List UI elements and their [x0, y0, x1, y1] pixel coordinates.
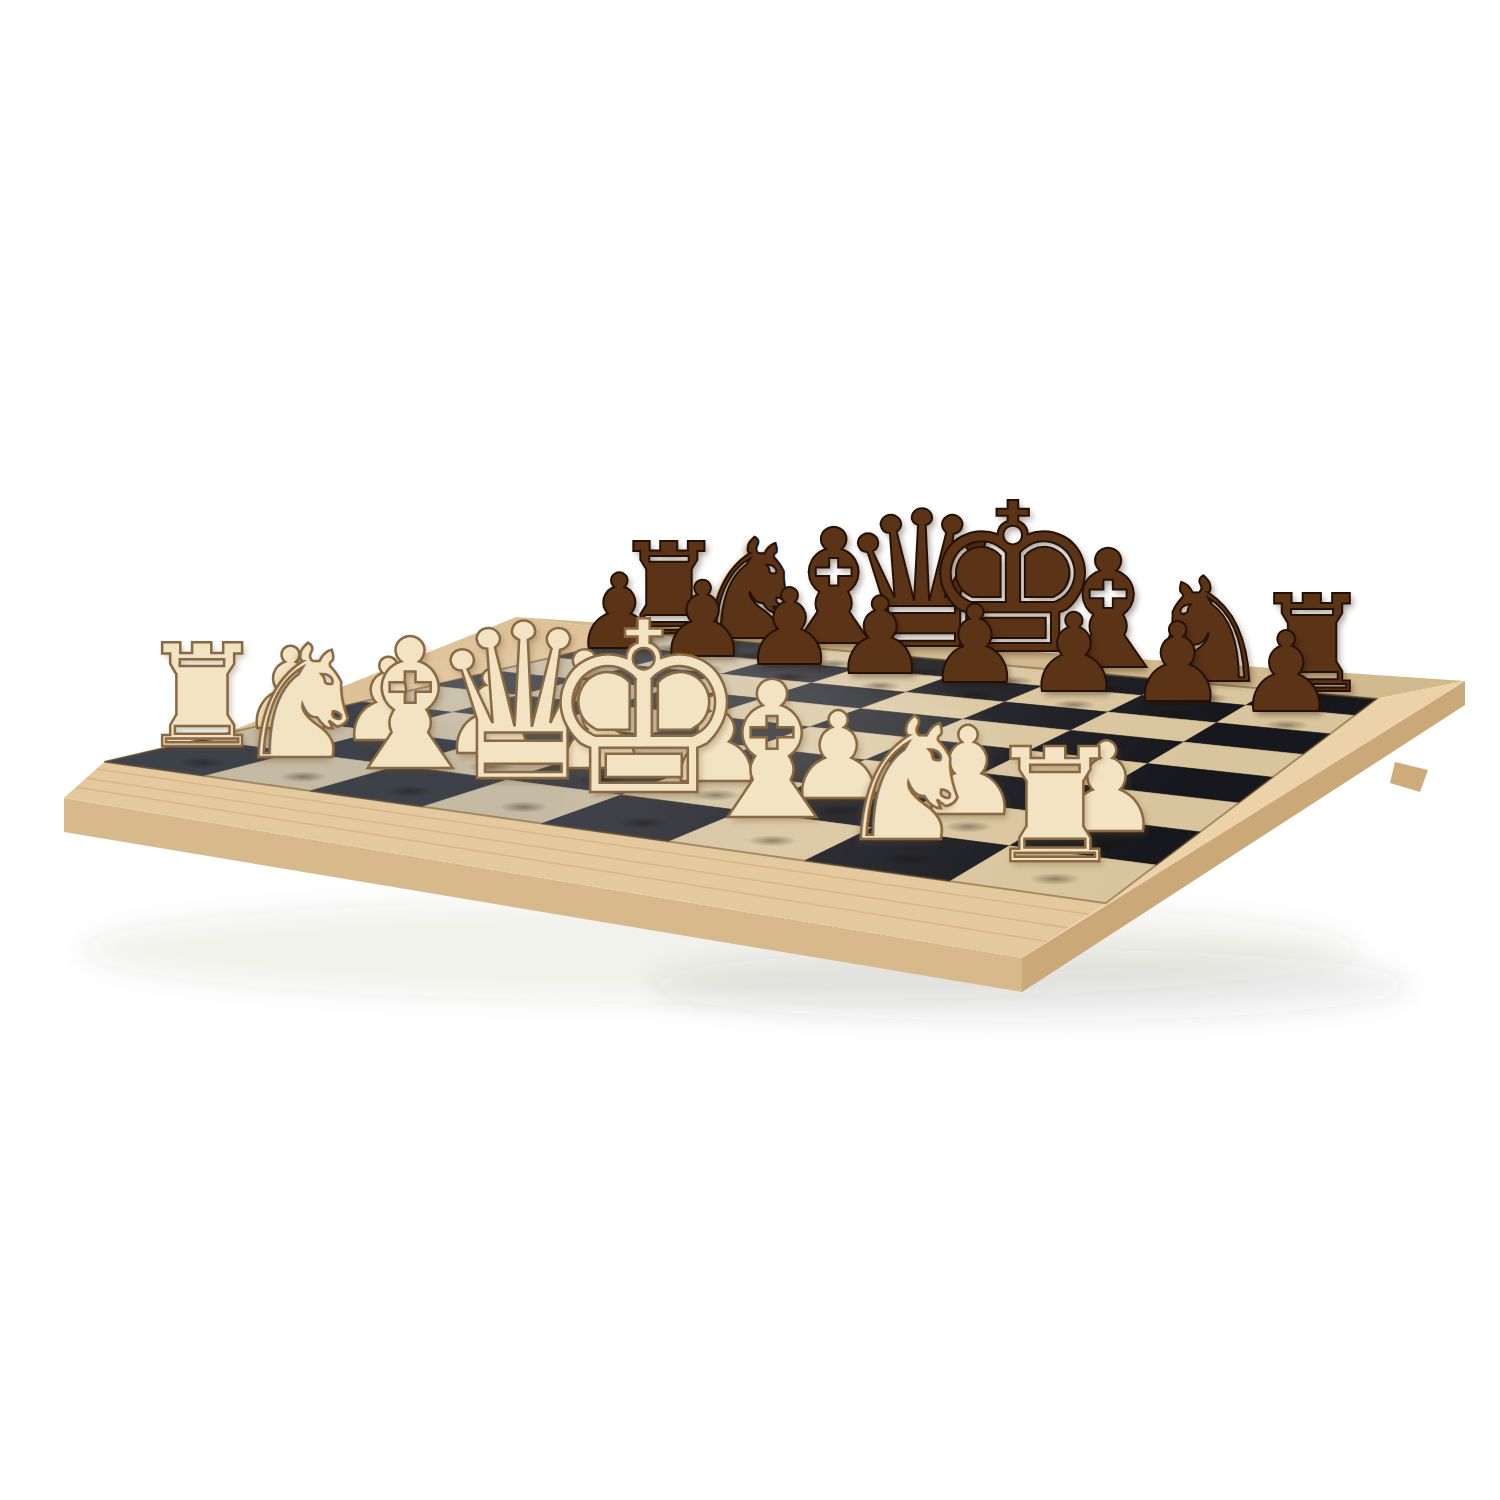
- piece-black-pawn-f7[interactable]: ♟: [1025, 600, 1122, 709]
- pieces-layer: ♜♞♝♛♚♝♞♜♟♟♟♟♟♟♟♟♟♟♟♟♟♟♟♟♜♞♝♛♚♝♞♜: [0, 0, 1500, 1500]
- piece-white-bishop-f1[interactable]: ♝: [687, 657, 857, 846]
- piece-black-pawn-h7[interactable]: ♟: [1237, 619, 1336, 730]
- product-photo: ♜♞♝♛♚♝♞♜♟♟♟♟♟♟♟♟♟♟♟♟♟♟♟♟♜♞♝♛♚♝♞♜: [0, 0, 1500, 1500]
- piece-black-pawn-g7[interactable]: ♟: [1128, 609, 1226, 719]
- piece-white-knight-g1[interactable]: ♞: [833, 696, 985, 865]
- piece-white-rook-h1[interactable]: ♜: [984, 727, 1126, 885]
